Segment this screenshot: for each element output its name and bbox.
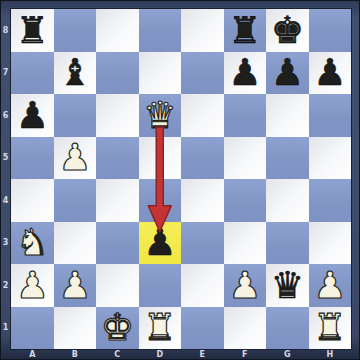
square-e2[interactable] (181, 264, 224, 307)
square-b6[interactable] (54, 94, 97, 137)
square-g2[interactable]: ♛ (266, 264, 309, 307)
black-pawn[interactable]: ♟ (313, 54, 346, 91)
file-label-e: e (181, 349, 224, 360)
square-b5[interactable]: ♟ (54, 137, 97, 180)
square-b8[interactable] (54, 9, 97, 52)
file-label-h: h (309, 349, 352, 360)
square-c7[interactable] (96, 52, 139, 95)
square-f3[interactable] (224, 222, 267, 265)
black-rook[interactable]: ♜ (228, 12, 261, 49)
square-e6[interactable] (181, 94, 224, 137)
file-label-f: f (224, 349, 267, 360)
rank-label-4: 4 (0, 179, 11, 222)
square-f6[interactable] (224, 94, 267, 137)
file-label-a: a (11, 349, 54, 360)
square-c2[interactable] (96, 264, 139, 307)
square-e8[interactable] (181, 9, 224, 52)
square-d1[interactable]: ♜ (139, 307, 182, 350)
white-rook[interactable]: ♜ (313, 309, 346, 346)
white-pawn[interactable]: ♟ (16, 267, 49, 304)
black-pawn[interactable]: ♟ (143, 224, 176, 261)
square-b7[interactable]: ♝ (54, 52, 97, 95)
square-a8[interactable]: ♜ (11, 9, 54, 52)
square-c8[interactable] (96, 9, 139, 52)
square-a7[interactable] (11, 52, 54, 95)
square-h6[interactable] (309, 94, 352, 137)
square-c3[interactable] (96, 222, 139, 265)
square-b3[interactable] (54, 222, 97, 265)
chess-board: 87654321 abcdefgh ♜♜♚♝♟♟♟♟♛♟♞♟♟♟♟♛♟♚♜♜ (0, 0, 360, 360)
black-queen[interactable]: ♛ (271, 267, 304, 304)
square-a2[interactable]: ♟ (11, 264, 54, 307)
file-label-g: g (266, 349, 309, 360)
square-f7[interactable]: ♟ (224, 52, 267, 95)
square-g7[interactable]: ♟ (266, 52, 309, 95)
square-g1[interactable] (266, 307, 309, 350)
square-f8[interactable]: ♜ (224, 9, 267, 52)
square-g6[interactable] (266, 94, 309, 137)
square-d3[interactable]: ♟ (139, 222, 182, 265)
board-grid: ♜♜♚♝♟♟♟♟♛♟♞♟♟♟♟♛♟♚♜♜ (11, 9, 351, 349)
square-d2[interactable] (139, 264, 182, 307)
file-label-c: c (96, 349, 139, 360)
square-g8[interactable]: ♚ (266, 9, 309, 52)
rank-label-1: 1 (0, 307, 11, 350)
white-pawn[interactable]: ♟ (58, 139, 91, 176)
white-king[interactable]: ♚ (101, 309, 134, 346)
square-h8[interactable] (309, 9, 352, 52)
white-knight[interactable]: ♞ (16, 224, 49, 261)
black-pawn[interactable]: ♟ (271, 54, 304, 91)
rank-label-5: 5 (0, 137, 11, 180)
square-c1[interactable]: ♚ (96, 307, 139, 350)
square-g3[interactable] (266, 222, 309, 265)
square-a6[interactable]: ♟ (11, 94, 54, 137)
square-e5[interactable] (181, 137, 224, 180)
square-d4[interactable] (139, 179, 182, 222)
square-d5[interactable] (139, 137, 182, 180)
square-h1[interactable]: ♜ (309, 307, 352, 350)
square-d7[interactable] (139, 52, 182, 95)
white-pawn[interactable]: ♟ (228, 267, 261, 304)
black-rook[interactable]: ♜ (16, 12, 49, 49)
square-g4[interactable] (266, 179, 309, 222)
square-f5[interactable] (224, 137, 267, 180)
square-h7[interactable]: ♟ (309, 52, 352, 95)
square-b1[interactable] (54, 307, 97, 350)
square-a5[interactable] (11, 137, 54, 180)
rank-label-2: 2 (0, 264, 11, 307)
square-f2[interactable]: ♟ (224, 264, 267, 307)
square-a4[interactable] (11, 179, 54, 222)
rank-label-7: 7 (0, 52, 11, 95)
square-h3[interactable] (309, 222, 352, 265)
white-pawn[interactable]: ♟ (58, 267, 91, 304)
square-e1[interactable] (181, 307, 224, 350)
black-pawn[interactable]: ♟ (16, 97, 49, 134)
square-e4[interactable] (181, 179, 224, 222)
square-b2[interactable]: ♟ (54, 264, 97, 307)
white-queen[interactable]: ♛ (143, 97, 176, 134)
rank-label-3: 3 (0, 222, 11, 265)
square-g5[interactable] (266, 137, 309, 180)
square-f4[interactable] (224, 179, 267, 222)
square-b4[interactable] (54, 179, 97, 222)
square-h2[interactable]: ♟ (309, 264, 352, 307)
file-label-d: d (139, 349, 182, 360)
square-f1[interactable] (224, 307, 267, 350)
square-a3[interactable]: ♞ (11, 222, 54, 265)
square-d6[interactable]: ♛ (139, 94, 182, 137)
file-label-b: b (54, 349, 97, 360)
square-d8[interactable] (139, 9, 182, 52)
white-rook[interactable]: ♜ (143, 309, 176, 346)
square-e3[interactable] (181, 222, 224, 265)
square-c5[interactable] (96, 137, 139, 180)
square-a1[interactable] (11, 307, 54, 350)
white-pawn[interactable]: ♟ (313, 267, 346, 304)
rank-label-8: 8 (0, 9, 11, 52)
square-c4[interactable] (96, 179, 139, 222)
rank-label-6: 6 (0, 94, 11, 137)
square-e7[interactable] (181, 52, 224, 95)
square-h5[interactable] (309, 137, 352, 180)
black-bishop[interactable]: ♝ (58, 54, 91, 91)
black-pawn[interactable]: ♟ (228, 54, 261, 91)
black-king[interactable]: ♚ (271, 12, 304, 49)
square-h4[interactable] (309, 179, 352, 222)
square-c6[interactable] (96, 94, 139, 137)
